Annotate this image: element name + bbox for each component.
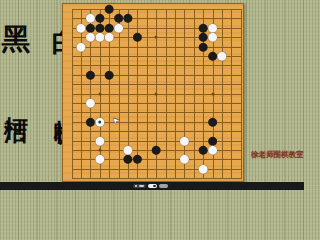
black-color-label: 黑 xyxy=(0,24,32,70)
video-progress-bar[interactable] xyxy=(0,182,304,190)
time-chip-icon[interactable] xyxy=(159,184,168,188)
white-stone: ● xyxy=(198,163,208,175)
black-stone: ● xyxy=(207,116,217,128)
white-stone: ● xyxy=(207,144,217,156)
star-point xyxy=(155,92,158,95)
grid-line xyxy=(194,9,195,179)
black-player-panel: 黑 柯洁 xyxy=(0,24,32,128)
black-stone: ● xyxy=(132,154,142,166)
toggle-pill-icon[interactable] xyxy=(148,184,157,188)
white-stone: ● xyxy=(85,97,95,109)
star-point xyxy=(98,92,101,95)
white-stone: ● xyxy=(207,31,217,43)
grid-line xyxy=(166,9,167,179)
black-stone: ● xyxy=(85,69,95,81)
black-stone: ● xyxy=(123,13,133,25)
grid-line xyxy=(72,169,242,170)
grid-line xyxy=(222,9,223,179)
grid-line xyxy=(231,9,232,179)
grid-line xyxy=(241,9,242,179)
white-stone: ● xyxy=(179,154,189,166)
black-stone: ● xyxy=(104,69,114,81)
white-stone: ● xyxy=(95,116,105,128)
go-board: ●●●●●●●●●●●●●●●●●●●●●●●●●●●●●●●●●●●●●●●● xyxy=(62,3,244,182)
white-stone: ● xyxy=(113,22,123,34)
black-stone: ● xyxy=(132,31,142,43)
white-stone: ● xyxy=(76,41,86,53)
grid-line xyxy=(72,178,242,179)
white-stone: ● xyxy=(95,135,105,147)
star-point xyxy=(211,92,214,95)
grid-line xyxy=(175,9,176,179)
white-stone: ● xyxy=(179,135,189,147)
white-stone: ● xyxy=(217,50,227,62)
white-stone: ● xyxy=(95,154,105,166)
black-stone: ● xyxy=(151,144,161,156)
star-point xyxy=(155,36,158,39)
white-stone: ● xyxy=(123,144,133,156)
white-stone: ● xyxy=(104,31,114,43)
watermark: 徐老师围棋教室 xyxy=(251,150,303,160)
play-indicator-icon[interactable] xyxy=(133,184,146,188)
white-stone: ● xyxy=(85,13,95,25)
grid-line xyxy=(72,103,242,104)
black-player-name: 柯洁 xyxy=(3,70,29,128)
